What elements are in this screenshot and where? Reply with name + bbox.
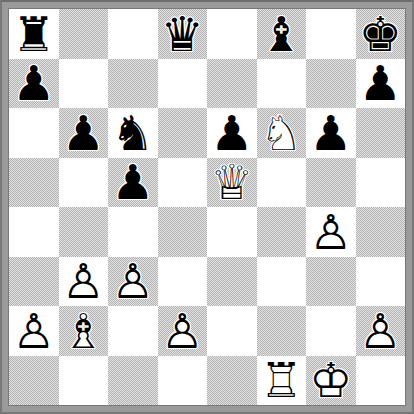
- square-g3[interactable]: [306, 257, 356, 307]
- square-e6[interactable]: ♟♟: [207, 108, 257, 158]
- black-pawn: ♟♟: [356, 59, 406, 109]
- white-pawn-glyph: ♙: [309, 208, 352, 256]
- black-pawn-glyph: ♟: [12, 59, 55, 107]
- white-pawn-glyph: ♙: [12, 307, 55, 355]
- black-pawn-glyph: ♟: [62, 109, 105, 157]
- square-d7[interactable]: [158, 59, 208, 109]
- square-f4[interactable]: [257, 207, 307, 257]
- square-b5[interactable]: [59, 158, 109, 208]
- square-e4[interactable]: [207, 207, 257, 257]
- white-knight: ♞♘: [257, 108, 307, 158]
- white-pawn: ♟♙: [59, 257, 109, 307]
- black-pawn-glyph: ♟: [359, 59, 402, 107]
- black-pawn: ♟♟: [108, 158, 158, 208]
- square-g6[interactable]: ♟♟: [306, 108, 356, 158]
- white-pawn: ♟♙: [108, 257, 158, 307]
- white-pawn: ♟♙: [306, 207, 356, 257]
- white-king: ♚♔: [306, 356, 356, 406]
- square-a2[interactable]: ♟♙: [9, 306, 59, 356]
- square-g1[interactable]: ♚♔: [306, 356, 356, 406]
- white-pawn-glyph: ♙: [359, 307, 402, 355]
- square-a4[interactable]: [9, 207, 59, 257]
- square-b8[interactable]: [59, 9, 109, 59]
- square-d6[interactable]: [158, 108, 208, 158]
- square-h5[interactable]: [356, 158, 406, 208]
- square-e5[interactable]: ♛♕: [207, 158, 257, 208]
- black-king: ♚♚: [356, 9, 406, 59]
- black-rook: ♜♜: [9, 9, 59, 59]
- square-g4[interactable]: ♟♙: [306, 207, 356, 257]
- square-d1[interactable]: [158, 356, 208, 406]
- black-pawn: ♟♟: [59, 108, 109, 158]
- black-pawn-glyph: ♟: [111, 158, 154, 206]
- square-e7[interactable]: [207, 59, 257, 109]
- square-f7[interactable]: [257, 59, 307, 109]
- white-pawn: ♟♙: [158, 306, 208, 356]
- black-king-glyph: ♚: [359, 10, 402, 58]
- square-c6[interactable]: ♞♞: [108, 108, 158, 158]
- black-bishop: ♝♝: [257, 9, 307, 59]
- square-f8[interactable]: ♝♝: [257, 9, 307, 59]
- square-c8[interactable]: [108, 9, 158, 59]
- white-knight-glyph: ♘: [260, 109, 303, 157]
- square-a5[interactable]: [9, 158, 59, 208]
- black-pawn-glyph: ♟: [210, 109, 253, 157]
- white-king-glyph: ♔: [309, 356, 352, 404]
- black-pawn: ♟♟: [306, 108, 356, 158]
- square-f3[interactable]: [257, 257, 307, 307]
- square-a6[interactable]: [9, 108, 59, 158]
- square-g2[interactable]: [306, 306, 356, 356]
- square-e8[interactable]: [207, 9, 257, 59]
- black-bishop-glyph: ♝: [260, 10, 303, 58]
- square-c3[interactable]: ♟♙: [108, 257, 158, 307]
- square-b2[interactable]: ♝♗: [59, 306, 109, 356]
- square-h4[interactable]: [356, 207, 406, 257]
- square-g7[interactable]: [306, 59, 356, 109]
- square-e3[interactable]: [207, 257, 257, 307]
- square-d5[interactable]: [158, 158, 208, 208]
- black-knight-glyph: ♞: [111, 109, 154, 157]
- black-pawn-glyph: ♟: [309, 109, 352, 157]
- square-d2[interactable]: ♟♙: [158, 306, 208, 356]
- square-c7[interactable]: [108, 59, 158, 109]
- square-h8[interactable]: ♚♚: [356, 9, 406, 59]
- square-e2[interactable]: [207, 306, 257, 356]
- square-f5[interactable]: [257, 158, 307, 208]
- square-f6[interactable]: ♞♘: [257, 108, 307, 158]
- square-a7[interactable]: ♟♟: [9, 59, 59, 109]
- square-c2[interactable]: [108, 306, 158, 356]
- square-b1[interactable]: [59, 356, 109, 406]
- square-d8[interactable]: ♛♛: [158, 9, 208, 59]
- black-pawn: ♟♟: [9, 59, 59, 109]
- square-c5[interactable]: ♟♟: [108, 158, 158, 208]
- white-bishop: ♝♗: [59, 306, 109, 356]
- square-g8[interactable]: [306, 9, 356, 59]
- square-a3[interactable]: [9, 257, 59, 307]
- white-pawn-glyph: ♙: [111, 257, 154, 305]
- square-f1[interactable]: ♜♖: [257, 356, 307, 406]
- square-b3[interactable]: ♟♙: [59, 257, 109, 307]
- black-queen-glyph: ♛: [161, 10, 204, 58]
- square-a1[interactable]: [9, 356, 59, 406]
- square-b6[interactable]: ♟♟: [59, 108, 109, 158]
- black-queen: ♛♛: [158, 9, 208, 59]
- white-pawn-glyph: ♙: [62, 257, 105, 305]
- square-c1[interactable]: [108, 356, 158, 406]
- square-c4[interactable]: [108, 207, 158, 257]
- black-rook-glyph: ♜: [12, 10, 55, 58]
- white-pawn-glyph: ♙: [161, 307, 204, 355]
- square-a8[interactable]: ♜♜: [9, 9, 59, 59]
- white-queen: ♛♕: [207, 158, 257, 208]
- white-bishop-glyph: ♗: [62, 307, 105, 355]
- square-h2[interactable]: ♟♙: [356, 306, 406, 356]
- square-b4[interactable]: [59, 207, 109, 257]
- square-g5[interactable]: [306, 158, 356, 208]
- white-pawn: ♟♙: [9, 306, 59, 356]
- black-knight: ♞♞: [108, 108, 158, 158]
- chess-board: ♜♜♛♛♝♝♚♚♟♟♟♟♟♟♞♞♟♟♞♘♟♟♟♟♛♕♟♙♟♙♟♙♟♙♝♗♟♙♟♙…: [8, 8, 406, 406]
- white-queen-glyph: ♕: [210, 158, 253, 206]
- white-rook: ♜♖: [257, 356, 307, 406]
- square-h7[interactable]: ♟♟: [356, 59, 406, 109]
- square-d4[interactable]: [158, 207, 208, 257]
- square-e1[interactable]: [207, 356, 257, 406]
- white-rook-glyph: ♖: [260, 356, 303, 404]
- square-h1[interactable]: [356, 356, 406, 406]
- square-h6[interactable]: [356, 108, 406, 158]
- board-frame: ♜♜♛♛♝♝♚♚♟♟♟♟♟♟♞♞♟♟♞♘♟♟♟♟♛♕♟♙♟♙♟♙♟♙♝♗♟♙♟♙…: [0, 0, 414, 414]
- square-h3[interactable]: [356, 257, 406, 307]
- black-pawn: ♟♟: [207, 108, 257, 158]
- square-f2[interactable]: [257, 306, 307, 356]
- square-b7[interactable]: [59, 59, 109, 109]
- square-d3[interactable]: [158, 257, 208, 307]
- white-pawn: ♟♙: [356, 306, 406, 356]
